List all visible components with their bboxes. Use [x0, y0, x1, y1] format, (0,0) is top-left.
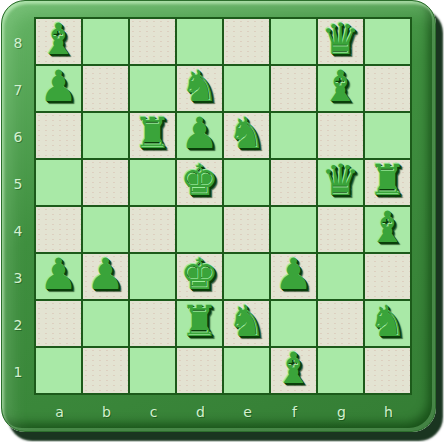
square-h5[interactable]: ♜ — [365, 160, 410, 205]
file-label-f: f — [271, 399, 318, 425]
square-f6[interactable] — [271, 113, 316, 158]
file-label-h: h — [365, 399, 412, 425]
square-c7[interactable] — [130, 66, 175, 111]
file-label-b: b — [83, 399, 130, 425]
square-d8[interactable] — [177, 19, 222, 64]
piece-bishop-g7[interactable]: ♝ — [321, 65, 360, 108]
rank-label-1: 1 — [2, 348, 34, 395]
square-f2[interactable] — [271, 301, 316, 346]
square-a2[interactable] — [36, 301, 81, 346]
square-b2[interactable] — [83, 301, 128, 346]
square-e4[interactable] — [224, 207, 269, 252]
square-c5[interactable] — [130, 160, 175, 205]
piece-knight-h2[interactable]: ♞ — [368, 300, 407, 343]
square-f4[interactable] — [271, 207, 316, 252]
square-e6[interactable]: ♞ — [224, 113, 269, 158]
square-b3[interactable]: ♟ — [83, 254, 128, 299]
piece-bishop-a8[interactable]: ♝ — [39, 18, 78, 61]
piece-rook-d2[interactable]: ♜ — [180, 300, 219, 343]
square-e3[interactable] — [224, 254, 269, 299]
chess-board: ♝♛♟♞♝♜♟♞♚♛♜♝♟♟♚♟♜♞♞♝ — [34, 17, 412, 395]
rank-label-4: 4 — [2, 207, 34, 254]
square-b1[interactable] — [83, 348, 128, 393]
square-g5[interactable]: ♛ — [318, 160, 363, 205]
piece-rook-h5[interactable]: ♜ — [368, 159, 407, 202]
square-a7[interactable]: ♟ — [36, 66, 81, 111]
piece-pawn-b3[interactable]: ♟ — [86, 253, 125, 296]
square-h2[interactable]: ♞ — [365, 301, 410, 346]
board-frame: 87654321 abcdefgh ♝♛♟♞♝♜♟♞♚♛♜♝♟♟♚♟♜♞♞♝ — [1, 0, 436, 432]
square-b4[interactable] — [83, 207, 128, 252]
piece-queen-g5[interactable]: ♛ — [321, 159, 360, 202]
square-a8[interactable]: ♝ — [36, 19, 81, 64]
square-f1[interactable]: ♝ — [271, 348, 316, 393]
square-c3[interactable] — [130, 254, 175, 299]
file-labels: abcdefgh — [36, 399, 412, 425]
square-h7[interactable] — [365, 66, 410, 111]
square-e2[interactable]: ♞ — [224, 301, 269, 346]
square-g6[interactable] — [318, 113, 363, 158]
file-label-c: c — [130, 399, 177, 425]
square-c2[interactable] — [130, 301, 175, 346]
piece-pawn-d6[interactable]: ♟ — [180, 112, 219, 155]
piece-knight-e6[interactable]: ♞ — [227, 112, 266, 155]
square-a1[interactable] — [36, 348, 81, 393]
chess-board-window: 87654321 abcdefgh ♝♛♟♞♝♜♟♞♚♛♜♝♟♟♚♟♜♞♞♝ — [0, 0, 444, 442]
square-a4[interactable] — [36, 207, 81, 252]
piece-king-d5[interactable]: ♚ — [180, 159, 219, 202]
rank-label-3: 3 — [2, 254, 34, 301]
rank-label-7: 7 — [2, 66, 34, 113]
square-g7[interactable]: ♝ — [318, 66, 363, 111]
square-a3[interactable]: ♟ — [36, 254, 81, 299]
square-c1[interactable] — [130, 348, 175, 393]
piece-pawn-a7[interactable]: ♟ — [39, 65, 78, 108]
square-d4[interactable] — [177, 207, 222, 252]
square-h6[interactable] — [365, 113, 410, 158]
square-c6[interactable]: ♜ — [130, 113, 175, 158]
square-e7[interactable] — [224, 66, 269, 111]
square-b8[interactable] — [83, 19, 128, 64]
square-h3[interactable] — [365, 254, 410, 299]
square-d1[interactable] — [177, 348, 222, 393]
square-c4[interactable] — [130, 207, 175, 252]
rank-labels: 87654321 — [2, 19, 34, 395]
piece-king-d3[interactable]: ♚ — [180, 253, 219, 296]
rank-label-5: 5 — [2, 160, 34, 207]
piece-bishop-h4[interactable]: ♝ — [368, 206, 407, 249]
square-g2[interactable] — [318, 301, 363, 346]
square-f5[interactable] — [271, 160, 316, 205]
piece-knight-e2[interactable]: ♞ — [227, 300, 266, 343]
file-label-a: a — [36, 399, 83, 425]
rank-label-8: 8 — [2, 19, 34, 66]
square-g3[interactable] — [318, 254, 363, 299]
square-d5[interactable]: ♚ — [177, 160, 222, 205]
piece-pawn-a3[interactable]: ♟ — [39, 253, 78, 296]
square-e1[interactable] — [224, 348, 269, 393]
square-b6[interactable] — [83, 113, 128, 158]
file-label-g: g — [318, 399, 365, 425]
square-b7[interactable] — [83, 66, 128, 111]
square-e5[interactable] — [224, 160, 269, 205]
piece-bishop-f1[interactable]: ♝ — [274, 347, 313, 390]
piece-queen-g8[interactable]: ♛ — [321, 18, 360, 61]
square-h1[interactable] — [365, 348, 410, 393]
square-e8[interactable] — [224, 19, 269, 64]
piece-knight-d7[interactable]: ♞ — [180, 65, 219, 108]
square-d6[interactable]: ♟ — [177, 113, 222, 158]
square-a5[interactable] — [36, 160, 81, 205]
square-b5[interactable] — [83, 160, 128, 205]
piece-pawn-f3[interactable]: ♟ — [274, 253, 313, 296]
square-g8[interactable]: ♛ — [318, 19, 363, 64]
file-label-e: e — [224, 399, 271, 425]
square-f7[interactable] — [271, 66, 316, 111]
rank-label-6: 6 — [2, 113, 34, 160]
square-f3[interactable]: ♟ — [271, 254, 316, 299]
file-label-d: d — [177, 399, 224, 425]
square-h8[interactable] — [365, 19, 410, 64]
square-a6[interactable] — [36, 113, 81, 158]
square-f8[interactable] — [271, 19, 316, 64]
square-d3[interactable]: ♚ — [177, 254, 222, 299]
rank-label-2: 2 — [2, 301, 34, 348]
square-h4[interactable]: ♝ — [365, 207, 410, 252]
square-d2[interactable]: ♜ — [177, 301, 222, 346]
square-c8[interactable] — [130, 19, 175, 64]
square-g1[interactable] — [318, 348, 363, 393]
piece-rook-c6[interactable]: ♜ — [133, 112, 172, 155]
square-d7[interactable]: ♞ — [177, 66, 222, 111]
square-g4[interactable] — [318, 207, 363, 252]
